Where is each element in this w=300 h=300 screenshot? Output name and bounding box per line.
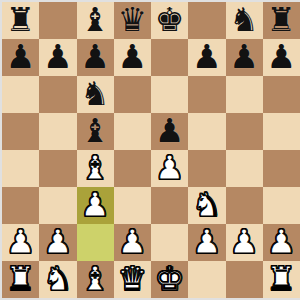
square-b1[interactable]: ♞ — [39, 261, 76, 298]
white-pawn[interactable]: ♟ — [192, 225, 222, 258]
square-c7[interactable]: ♟ — [77, 39, 114, 76]
square-h7[interactable]: ♟ — [263, 39, 300, 76]
square-a2[interactable]: ♟ — [2, 224, 39, 261]
square-h2[interactable]: ♟ — [263, 224, 300, 261]
square-g8[interactable]: ♞ — [226, 2, 263, 39]
square-d4[interactable] — [114, 150, 151, 187]
square-d5[interactable] — [114, 113, 151, 150]
white-pawn[interactable]: ♟ — [80, 188, 110, 221]
square-b8[interactable] — [39, 2, 76, 39]
square-a3[interactable] — [2, 187, 39, 224]
square-e5[interactable]: ♟ — [151, 113, 188, 150]
square-e3[interactable] — [151, 187, 188, 224]
square-f1[interactable] — [188, 261, 225, 298]
square-b6[interactable] — [39, 76, 76, 113]
black-knight[interactable]: ♞ — [229, 3, 259, 36]
white-bishop[interactable]: ♝ — [80, 151, 110, 184]
square-a6[interactable] — [2, 76, 39, 113]
black-rook[interactable]: ♜ — [6, 3, 36, 36]
white-rook[interactable]: ♜ — [267, 262, 297, 295]
black-pawn[interactable]: ♟ — [118, 40, 148, 73]
square-c6[interactable]: ♞ — [77, 76, 114, 113]
black-pawn[interactable]: ♟ — [229, 40, 259, 73]
white-pawn[interactable]: ♟ — [6, 225, 36, 258]
white-bishop[interactable]: ♝ — [80, 262, 110, 295]
square-c5[interactable]: ♝ — [77, 113, 114, 150]
black-king[interactable]: ♚ — [155, 3, 185, 36]
square-g1[interactable] — [226, 261, 263, 298]
square-c3[interactable]: ♟ — [77, 187, 114, 224]
square-a4[interactable] — [2, 150, 39, 187]
white-pawn[interactable]: ♟ — [229, 225, 259, 258]
square-h8[interactable]: ♜ — [263, 2, 300, 39]
black-rook[interactable]: ♜ — [267, 3, 297, 36]
square-h5[interactable] — [263, 113, 300, 150]
white-knight[interactable]: ♞ — [43, 262, 73, 295]
square-g6[interactable] — [226, 76, 263, 113]
square-c4[interactable]: ♝ — [77, 150, 114, 187]
square-f5[interactable] — [188, 113, 225, 150]
square-c8[interactable]: ♝ — [77, 2, 114, 39]
white-pawn[interactable]: ♟ — [118, 225, 148, 258]
square-a7[interactable]: ♟ — [2, 39, 39, 76]
square-d8[interactable]: ♛ — [114, 2, 151, 39]
black-pawn[interactable]: ♟ — [43, 40, 73, 73]
square-h4[interactable] — [263, 150, 300, 187]
square-f4[interactable] — [188, 150, 225, 187]
square-e2[interactable] — [151, 224, 188, 261]
square-e1[interactable]: ♚ — [151, 261, 188, 298]
square-c1[interactable]: ♝ — [77, 261, 114, 298]
black-bishop[interactable]: ♝ — [80, 114, 110, 147]
square-f6[interactable] — [188, 76, 225, 113]
square-d6[interactable] — [114, 76, 151, 113]
square-c2[interactable] — [77, 224, 114, 261]
square-h3[interactable] — [263, 187, 300, 224]
white-rook[interactable]: ♜ — [6, 262, 36, 295]
square-b7[interactable]: ♟ — [39, 39, 76, 76]
square-d1[interactable]: ♛ — [114, 261, 151, 298]
black-pawn[interactable]: ♟ — [155, 114, 185, 147]
white-knight[interactable]: ♞ — [192, 188, 222, 221]
white-pawn[interactable]: ♟ — [155, 151, 185, 184]
square-b3[interactable] — [39, 187, 76, 224]
square-b2[interactable]: ♟ — [39, 224, 76, 261]
black-pawn[interactable]: ♟ — [267, 40, 297, 73]
square-h1[interactable]: ♜ — [263, 261, 300, 298]
square-e6[interactable] — [151, 76, 188, 113]
square-d3[interactable] — [114, 187, 151, 224]
square-f3[interactable]: ♞ — [188, 187, 225, 224]
square-e7[interactable] — [151, 39, 188, 76]
square-e4[interactable]: ♟ — [151, 150, 188, 187]
square-f2[interactable]: ♟ — [188, 224, 225, 261]
square-d2[interactable]: ♟ — [114, 224, 151, 261]
square-a5[interactable] — [2, 113, 39, 150]
square-a1[interactable]: ♜ — [2, 261, 39, 298]
square-g2[interactable]: ♟ — [226, 224, 263, 261]
square-a8[interactable]: ♜ — [2, 2, 39, 39]
white-pawn[interactable]: ♟ — [267, 225, 297, 258]
square-g7[interactable]: ♟ — [226, 39, 263, 76]
square-g3[interactable] — [226, 187, 263, 224]
page-background: ♜♝♛♚♞♜♟♟♟♟♟♟♟♞♝♟♝♟♟♞♟♟♟♟♟♟♜♞♝♛♚♜ — [0, 0, 300, 300]
square-d7[interactable]: ♟ — [114, 39, 151, 76]
square-f8[interactable] — [188, 2, 225, 39]
black-pawn[interactable]: ♟ — [6, 40, 36, 73]
square-f7[interactable]: ♟ — [188, 39, 225, 76]
black-knight[interactable]: ♞ — [80, 77, 110, 110]
black-pawn[interactable]: ♟ — [80, 40, 110, 73]
square-g5[interactable] — [226, 113, 263, 150]
square-g4[interactable] — [226, 150, 263, 187]
black-bishop[interactable]: ♝ — [80, 3, 110, 36]
black-queen[interactable]: ♛ — [118, 3, 148, 36]
chess-board: ♜♝♛♚♞♜♟♟♟♟♟♟♟♞♝♟♝♟♟♞♟♟♟♟♟♟♜♞♝♛♚♜ — [2, 2, 300, 298]
black-pawn[interactable]: ♟ — [192, 40, 222, 73]
square-b4[interactable] — [39, 150, 76, 187]
square-b5[interactable] — [39, 113, 76, 150]
white-pawn[interactable]: ♟ — [43, 225, 73, 258]
square-h6[interactable] — [263, 76, 300, 113]
white-king[interactable]: ♚ — [155, 262, 185, 295]
square-e8[interactable]: ♚ — [151, 2, 188, 39]
white-queen[interactable]: ♛ — [118, 262, 148, 295]
